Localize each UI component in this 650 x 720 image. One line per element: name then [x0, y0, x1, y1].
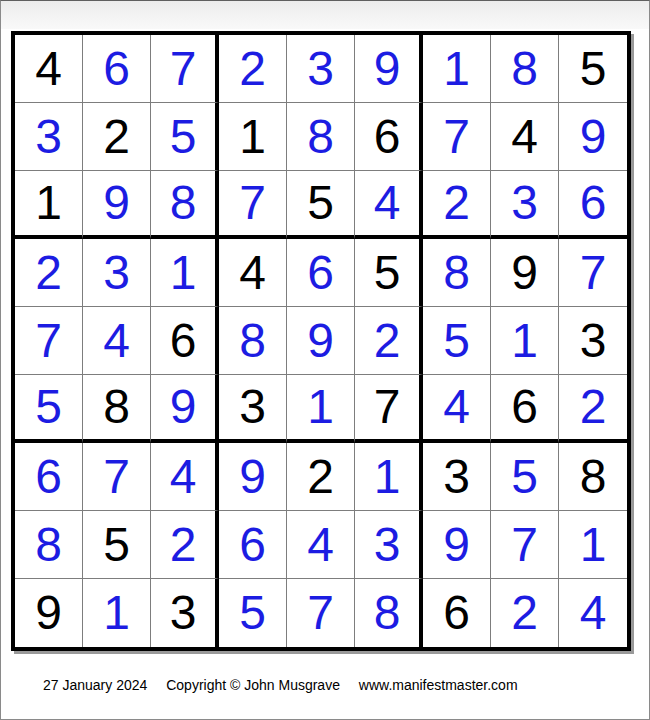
cell-r4c5: 6	[287, 239, 355, 307]
cell-r9c1: 9	[15, 579, 83, 647]
cell-r1c2: 6	[83, 35, 151, 103]
cell-r2c2: 2	[83, 103, 151, 171]
cell-r9c5: 7	[287, 579, 355, 647]
page-top-band	[1, 1, 649, 29]
cell-r4c6: 5	[355, 239, 423, 307]
cell-r5c8: 1	[491, 307, 559, 375]
cell-r9c9: 4	[559, 579, 627, 647]
cell-r8c2: 5	[83, 511, 151, 579]
cell-r9c2: 1	[83, 579, 151, 647]
cell-r1c1: 4	[15, 35, 83, 103]
cell-r8c5: 4	[287, 511, 355, 579]
cell-r3c1: 1	[15, 171, 83, 239]
cell-r6c1: 5	[15, 375, 83, 443]
cell-r9c3: 3	[151, 579, 219, 647]
cell-r8c9: 1	[559, 511, 627, 579]
cell-r6c9: 2	[559, 375, 627, 443]
cell-r9c6: 8	[355, 579, 423, 647]
sudoku-board: 4 6 7 2 3 9 1 8 5 3 2 5 1 8 6 7 4 9 1 9 …	[11, 31, 631, 651]
footer: 27 January 2024 Copyright © John Musgrav…	[43, 677, 518, 693]
cell-r9c4: 5	[219, 579, 287, 647]
cell-r1c3: 7	[151, 35, 219, 103]
cell-r1c6: 9	[355, 35, 423, 103]
cell-r6c3: 9	[151, 375, 219, 443]
cell-r8c8: 7	[491, 511, 559, 579]
cell-r7c1: 6	[15, 443, 83, 511]
cell-r2c9: 9	[559, 103, 627, 171]
cell-r8c7: 9	[423, 511, 491, 579]
cell-r3c3: 8	[151, 171, 219, 239]
cell-r7c4: 9	[219, 443, 287, 511]
cell-r4c3: 1	[151, 239, 219, 307]
cell-r5c2: 4	[83, 307, 151, 375]
cell-r3c4: 7	[219, 171, 287, 239]
cell-r8c4: 6	[219, 511, 287, 579]
sudoku-page: 4 6 7 2 3 9 1 8 5 3 2 5 1 8 6 7 4 9 1 9 …	[0, 0, 650, 720]
cell-r1c4: 2	[219, 35, 287, 103]
cell-r7c5: 2	[287, 443, 355, 511]
cell-r2c8: 4	[491, 103, 559, 171]
cell-r8c3: 2	[151, 511, 219, 579]
cell-r6c2: 8	[83, 375, 151, 443]
cell-r4c7: 8	[423, 239, 491, 307]
cell-r2c1: 3	[15, 103, 83, 171]
cell-r7c6: 1	[355, 443, 423, 511]
cell-r6c5: 1	[287, 375, 355, 443]
cell-r1c8: 8	[491, 35, 559, 103]
cell-r2c4: 1	[219, 103, 287, 171]
cell-r5c7: 5	[423, 307, 491, 375]
cell-r5c5: 9	[287, 307, 355, 375]
cell-r9c8: 2	[491, 579, 559, 647]
cell-r5c1: 7	[15, 307, 83, 375]
cell-r1c9: 5	[559, 35, 627, 103]
cell-r6c8: 6	[491, 375, 559, 443]
cell-r7c3: 4	[151, 443, 219, 511]
cell-r8c1: 8	[15, 511, 83, 579]
cell-r3c6: 4	[355, 171, 423, 239]
cell-r5c6: 2	[355, 307, 423, 375]
cell-r7c7: 3	[423, 443, 491, 511]
cell-r5c3: 6	[151, 307, 219, 375]
cell-r2c6: 6	[355, 103, 423, 171]
cell-r4c2: 3	[83, 239, 151, 307]
cell-r3c8: 3	[491, 171, 559, 239]
cell-r7c9: 8	[559, 443, 627, 511]
cell-r2c3: 5	[151, 103, 219, 171]
cell-r2c5: 8	[287, 103, 355, 171]
cell-r3c9: 6	[559, 171, 627, 239]
cell-r7c2: 7	[83, 443, 151, 511]
cell-r9c7: 6	[423, 579, 491, 647]
cell-r5c4: 8	[219, 307, 287, 375]
cell-r3c7: 2	[423, 171, 491, 239]
cell-r6c6: 7	[355, 375, 423, 443]
cell-r4c4: 4	[219, 239, 287, 307]
cell-r5c9: 3	[559, 307, 627, 375]
cell-r7c8: 5	[491, 443, 559, 511]
cell-r6c7: 4	[423, 375, 491, 443]
cell-r2c7: 7	[423, 103, 491, 171]
cell-r8c6: 3	[355, 511, 423, 579]
cell-r6c4: 3	[219, 375, 287, 443]
footer-copyright: Copyright © John Musgrave	[166, 677, 340, 693]
cell-r4c9: 7	[559, 239, 627, 307]
footer-date: 27 January 2024	[43, 677, 147, 693]
cell-r1c5: 3	[287, 35, 355, 103]
cell-r4c1: 2	[15, 239, 83, 307]
cell-r3c2: 9	[83, 171, 151, 239]
cell-r1c7: 1	[423, 35, 491, 103]
cell-r3c5: 5	[287, 171, 355, 239]
cell-r4c8: 9	[491, 239, 559, 307]
footer-website: www.manifestmaster.com	[359, 677, 518, 693]
